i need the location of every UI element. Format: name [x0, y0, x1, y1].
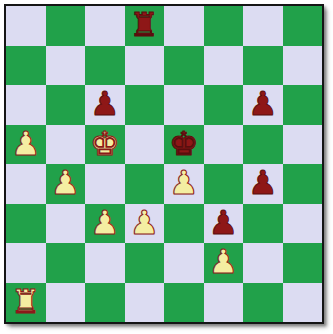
- square-f8[interactable]: [204, 6, 244, 46]
- piece-white-pawn[interactable]: ♟: [129, 206, 159, 239]
- piece-black-pawn[interactable]: ♟: [90, 87, 120, 120]
- square-d4[interactable]: [125, 164, 165, 204]
- square-g5[interactable]: [243, 125, 283, 165]
- square-d2[interactable]: [125, 243, 165, 283]
- square-h3[interactable]: [283, 204, 323, 244]
- square-g3[interactable]: [243, 204, 283, 244]
- square-b7[interactable]: [46, 46, 86, 86]
- square-h7[interactable]: [283, 46, 323, 86]
- square-e3[interactable]: [164, 204, 204, 244]
- piece-white-pawn[interactable]: ♟: [208, 245, 238, 278]
- square-d7[interactable]: [125, 46, 165, 86]
- square-g2[interactable]: [243, 243, 283, 283]
- square-e6[interactable]: [164, 85, 204, 125]
- square-f4[interactable]: [204, 164, 244, 204]
- piece-white-pawn[interactable]: ♟: [11, 127, 41, 160]
- square-h1[interactable]: [283, 283, 323, 323]
- square-f5[interactable]: [204, 125, 244, 165]
- square-b6[interactable]: [46, 85, 86, 125]
- square-d3[interactable]: ♟: [125, 204, 165, 244]
- square-a8[interactable]: [6, 6, 46, 46]
- square-e8[interactable]: [164, 6, 204, 46]
- square-c6[interactable]: ♟: [85, 85, 125, 125]
- piece-black-pawn[interactable]: ♟: [248, 166, 278, 199]
- square-c7[interactable]: [85, 46, 125, 86]
- board-card: ♜♟♟♟♚♚♟♟♟♟♟♟♟♜: [4, 4, 324, 324]
- piece-white-king[interactable]: ♚: [90, 127, 120, 160]
- square-a3[interactable]: [6, 204, 46, 244]
- square-e5[interactable]: ♚: [164, 125, 204, 165]
- square-a4[interactable]: [6, 164, 46, 204]
- square-e7[interactable]: [164, 46, 204, 86]
- square-b3[interactable]: [46, 204, 86, 244]
- square-c2[interactable]: [85, 243, 125, 283]
- square-a6[interactable]: [6, 85, 46, 125]
- piece-white-pawn[interactable]: ♟: [169, 166, 199, 199]
- piece-white-pawn[interactable]: ♟: [90, 206, 120, 239]
- square-b4[interactable]: ♟: [46, 164, 86, 204]
- square-f7[interactable]: [204, 46, 244, 86]
- square-d1[interactable]: [125, 283, 165, 323]
- square-f1[interactable]: [204, 283, 244, 323]
- square-f3[interactable]: ♟: [204, 204, 244, 244]
- piece-white-pawn[interactable]: ♟: [50, 166, 80, 199]
- piece-black-king[interactable]: ♚: [169, 127, 199, 160]
- chess-board: ♜♟♟♟♚♚♟♟♟♟♟♟♟♜: [6, 6, 322, 322]
- square-a1[interactable]: ♜: [6, 283, 46, 323]
- piece-white-rook[interactable]: ♜: [11, 285, 41, 318]
- square-h4[interactable]: [283, 164, 323, 204]
- square-g7[interactable]: [243, 46, 283, 86]
- square-c8[interactable]: [85, 6, 125, 46]
- square-c5[interactable]: ♚: [85, 125, 125, 165]
- square-g8[interactable]: [243, 6, 283, 46]
- square-h5[interactable]: [283, 125, 323, 165]
- square-d5[interactable]: [125, 125, 165, 165]
- square-d8[interactable]: ♜: [125, 6, 165, 46]
- square-c3[interactable]: ♟: [85, 204, 125, 244]
- square-h8[interactable]: [283, 6, 323, 46]
- square-h6[interactable]: [283, 85, 323, 125]
- square-h2[interactable]: [283, 243, 323, 283]
- square-g4[interactable]: ♟: [243, 164, 283, 204]
- piece-black-pawn[interactable]: ♟: [208, 206, 238, 239]
- square-f6[interactable]: [204, 85, 244, 125]
- piece-black-rook[interactable]: ♜: [129, 8, 159, 41]
- square-a2[interactable]: [6, 243, 46, 283]
- square-e4[interactable]: ♟: [164, 164, 204, 204]
- square-d6[interactable]: [125, 85, 165, 125]
- square-e1[interactable]: [164, 283, 204, 323]
- piece-black-pawn[interactable]: ♟: [248, 87, 278, 120]
- square-g1[interactable]: [243, 283, 283, 323]
- square-b5[interactable]: [46, 125, 86, 165]
- square-e2[interactable]: [164, 243, 204, 283]
- square-b2[interactable]: [46, 243, 86, 283]
- square-b1[interactable]: [46, 283, 86, 323]
- square-c4[interactable]: [85, 164, 125, 204]
- square-a5[interactable]: ♟: [6, 125, 46, 165]
- square-a7[interactable]: [6, 46, 46, 86]
- square-g6[interactable]: ♟: [243, 85, 283, 125]
- square-f2[interactable]: ♟: [204, 243, 244, 283]
- square-c1[interactable]: [85, 283, 125, 323]
- square-b8[interactable]: [46, 6, 86, 46]
